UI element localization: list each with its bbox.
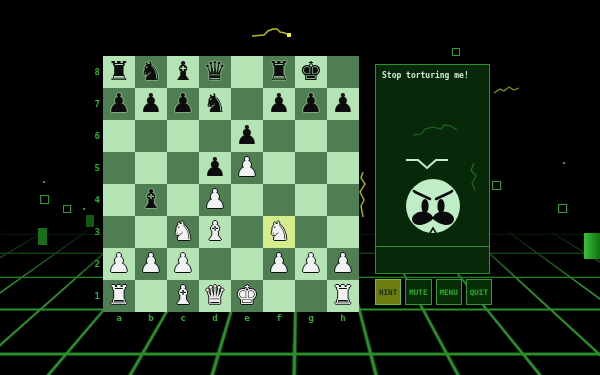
black-pawn[interactable]: ♟ (135, 88, 167, 120)
square-e2[interactable] (231, 248, 263, 280)
square-g2[interactable]: ♟ (295, 248, 327, 280)
white-pawn[interactable]: ♟ (135, 248, 167, 280)
panel-lower-section (376, 246, 489, 273)
file-label-e: e (231, 313, 263, 325)
square-g4[interactable] (295, 184, 327, 216)
bg-square-decoration (40, 195, 49, 204)
rank-label-7: 7 (86, 88, 100, 120)
square-e1[interactable]: ♚ (231, 280, 263, 312)
square-g7[interactable]: ♟ (295, 88, 327, 120)
square-e7[interactable] (231, 88, 263, 120)
mute-button[interactable]: MUTE (405, 279, 431, 305)
bg-square-decoration (558, 204, 567, 213)
square-g5[interactable] (295, 152, 327, 184)
square-h8[interactable] (327, 56, 359, 88)
hint-button[interactable]: HINT (375, 279, 401, 305)
square-c8[interactable]: ♝ (167, 56, 199, 88)
white-pawn[interactable]: ♟ (103, 248, 135, 280)
rank-labels: 87654321 (86, 56, 100, 312)
rank-label-2: 2 (86, 248, 100, 280)
square-a2[interactable]: ♟ (103, 248, 135, 280)
file-label-b: b (135, 313, 167, 325)
opponent-speech-area: Stop torturing me! (376, 65, 489, 246)
square-g8[interactable]: ♚ (295, 56, 327, 88)
square-d1[interactable]: ♛ (199, 280, 231, 312)
bg-bright-block-decoration (584, 233, 600, 259)
square-c5[interactable] (167, 152, 199, 184)
square-e3[interactable] (231, 216, 263, 248)
square-a8[interactable]: ♜ (103, 56, 135, 88)
square-b4[interactable]: ♝ (135, 184, 167, 216)
square-c2[interactable]: ♟ (167, 248, 199, 280)
square-b2[interactable]: ♟ (135, 248, 167, 280)
black-bishop[interactable]: ♝ (167, 56, 199, 88)
square-b8[interactable]: ♞ (135, 56, 167, 88)
black-rook[interactable]: ♜ (263, 56, 295, 88)
square-c3[interactable]: ♞ (167, 216, 199, 248)
black-rook[interactable]: ♜ (103, 56, 135, 88)
angry-face-avatar-icon (402, 176, 464, 240)
square-b7[interactable]: ♟ (135, 88, 167, 120)
square-a5[interactable] (103, 152, 135, 184)
square-g6[interactable] (295, 120, 327, 152)
square-d8[interactable]: ♛ (199, 56, 231, 88)
square-d7[interactable]: ♞ (199, 88, 231, 120)
file-label-a: a (103, 313, 135, 325)
bg-square-decoration (452, 48, 460, 56)
square-f1[interactable] (263, 280, 295, 312)
square-h5[interactable] (327, 152, 359, 184)
square-e8[interactable] (231, 56, 263, 88)
square-f3[interactable]: ♞ (263, 216, 295, 248)
square-c1[interactable]: ♝ (167, 280, 199, 312)
white-pawn[interactable]: ♟ (199, 184, 231, 216)
square-h3[interactable] (327, 216, 359, 248)
lightning-icon (413, 121, 458, 141)
square-f5[interactable] (263, 152, 295, 184)
black-pawn[interactable]: ♟ (231, 120, 263, 152)
square-e5[interactable]: ♟ (231, 152, 263, 184)
action-button-row: HINTMUTEMENUQUIT (375, 279, 492, 305)
bg-block-decoration (38, 228, 47, 245)
square-a3[interactable] (103, 216, 135, 248)
square-g3[interactable] (295, 216, 327, 248)
bg-dot-decoration (43, 181, 45, 183)
square-c4[interactable] (167, 184, 199, 216)
rank-label-5: 5 (86, 152, 100, 184)
square-b6[interactable] (135, 120, 167, 152)
white-queen[interactable]: ♛ (199, 280, 231, 312)
square-f2[interactable]: ♟ (263, 248, 295, 280)
bg-square-decoration (63, 205, 71, 213)
square-c7[interactable]: ♟ (167, 88, 199, 120)
bg-dot-decoration (83, 208, 85, 210)
white-knight[interactable]: ♞ (167, 216, 199, 248)
square-g1[interactable] (295, 280, 327, 312)
square-b5[interactable] (135, 152, 167, 184)
square-c6[interactable] (167, 120, 199, 152)
white-pawn[interactable]: ♟ (167, 248, 199, 280)
black-bishop[interactable]: ♝ (135, 184, 167, 216)
lightning-icon (494, 84, 520, 96)
rank-label-1: 1 (86, 280, 100, 312)
square-f6[interactable] (263, 120, 295, 152)
speech-tail-icon (405, 157, 449, 169)
square-e6[interactable]: ♟ (231, 120, 263, 152)
white-pawn[interactable]: ♟ (231, 152, 263, 184)
white-pawn[interactable]: ♟ (263, 248, 295, 280)
square-h4[interactable] (327, 184, 359, 216)
black-pawn[interactable]: ♟ (199, 152, 231, 184)
rank-label-8: 8 (86, 56, 100, 88)
file-labels: abcdefgh (103, 313, 359, 325)
square-a6[interactable] (103, 120, 135, 152)
square-a1[interactable]: ♜ (103, 280, 135, 312)
square-h6[interactable] (327, 120, 359, 152)
square-f4[interactable] (263, 184, 295, 216)
bg-square-decoration (492, 181, 501, 190)
white-pawn[interactable]: ♟ (327, 248, 359, 280)
square-e4[interactable] (231, 184, 263, 216)
opponent-speech-text: Stop torturing me! (382, 71, 484, 80)
file-label-f: f (263, 313, 295, 325)
black-pawn[interactable]: ♟ (167, 88, 199, 120)
square-d2[interactable] (199, 248, 231, 280)
black-queen[interactable]: ♛ (199, 56, 231, 88)
black-pawn[interactable]: ♟ (263, 88, 295, 120)
black-knight[interactable]: ♞ (135, 56, 167, 88)
file-label-c: c (167, 313, 199, 325)
file-label-g: g (295, 313, 327, 325)
lightning-icon (467, 163, 481, 191)
rank-label-3: 3 (86, 216, 100, 248)
file-label-h: h (327, 313, 359, 325)
white-knight[interactable]: ♞ (263, 216, 295, 248)
square-h7[interactable]: ♟ (327, 88, 359, 120)
square-d6[interactable] (199, 120, 231, 152)
square-a7[interactable]: ♟ (103, 88, 135, 120)
quit-button[interactable]: QUIT (466, 279, 492, 305)
white-bishop[interactable]: ♝ (199, 216, 231, 248)
file-label-d: d (199, 313, 231, 325)
white-bishop[interactable]: ♝ (167, 280, 199, 312)
opponent-panel: Stop torturing me! (375, 64, 490, 274)
square-f8[interactable]: ♜ (263, 56, 295, 88)
black-knight[interactable]: ♞ (199, 88, 231, 120)
menu-button[interactable]: MENU (436, 279, 462, 305)
white-pawn[interactable]: ♟ (295, 248, 327, 280)
square-d4[interactable]: ♟ (199, 184, 231, 216)
lightning-icon (252, 25, 302, 39)
white-king[interactable]: ♚ (231, 280, 263, 312)
chess-board[interactable]: ♜♞♝♛♜♚♟♟♟♞♟♟♟♟♟♟♝♟♞♝♞♟♟♟♟♟♟♜♝♛♚♜ (103, 56, 359, 312)
black-pawn[interactable]: ♟ (295, 88, 327, 120)
bg-dot-decoration (563, 162, 565, 164)
chess-game-screen: 87654321 ♜♞♝♛♜♚♟♟♟♞♟♟♟♟♟♟♝♟♞♝♞♟♟♟♟♟♟♜♝♛♚… (0, 0, 600, 375)
square-h2[interactable]: ♟ (327, 248, 359, 280)
square-d5[interactable]: ♟ (199, 152, 231, 184)
black-pawn[interactable]: ♟ (327, 88, 359, 120)
square-d3[interactable]: ♝ (199, 216, 231, 248)
rank-label-6: 6 (86, 120, 100, 152)
rank-label-4: 4 (86, 184, 100, 216)
square-f7[interactable]: ♟ (263, 88, 295, 120)
square-a4[interactable] (103, 184, 135, 216)
square-b1[interactable] (135, 280, 167, 312)
square-b3[interactable] (135, 216, 167, 248)
black-pawn[interactable]: ♟ (103, 88, 135, 120)
white-rook[interactable]: ♜ (327, 280, 359, 312)
square-h1[interactable]: ♜ (327, 280, 359, 312)
white-rook[interactable]: ♜ (103, 280, 135, 312)
black-king[interactable]: ♚ (295, 56, 327, 88)
